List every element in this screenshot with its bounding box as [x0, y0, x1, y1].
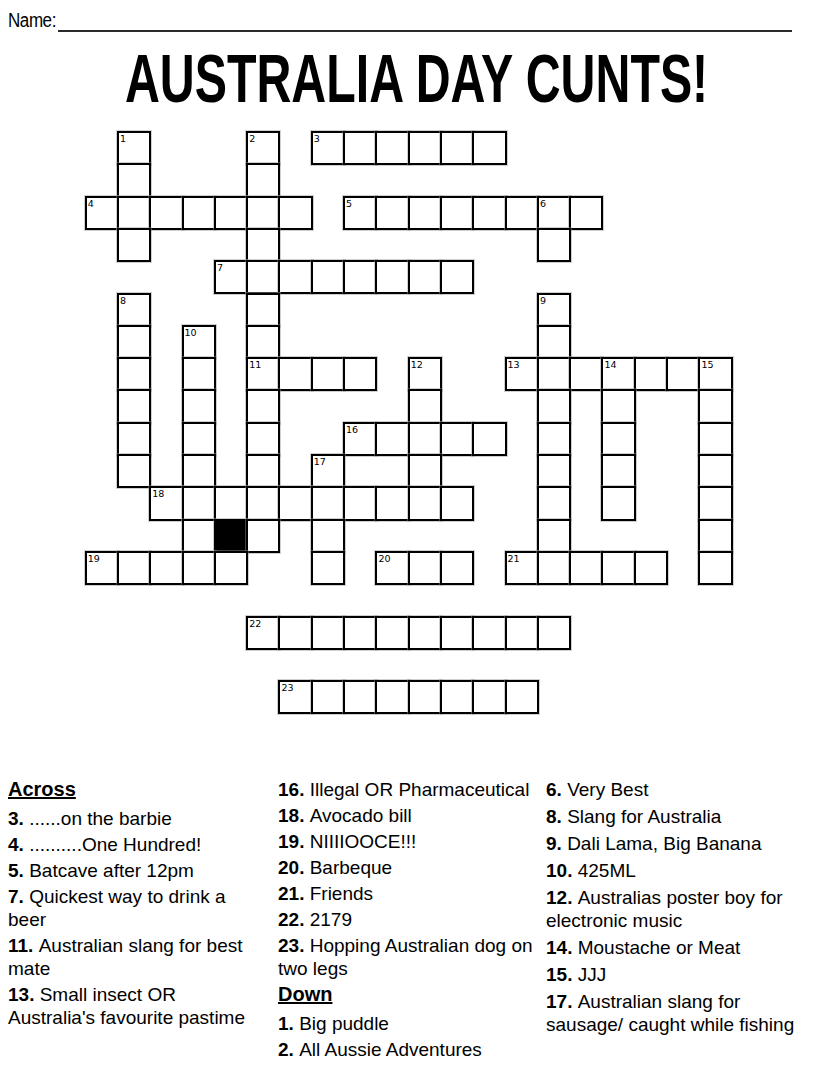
cell-r5c5[interactable] — [246, 293, 280, 327]
clue-11-across: 11. Australian slang for best mate — [8, 934, 264, 980]
cell-r7c6[interactable] — [278, 357, 312, 391]
cell-number-11: 11 — [249, 359, 261, 370]
cell-r17c12[interactable] — [472, 680, 506, 714]
cell-number-22: 22 — [249, 618, 261, 629]
cell-r4c5[interactable] — [246, 260, 280, 294]
cell-r2c13[interactable] — [505, 196, 539, 230]
black-cell-r12c4 — [214, 519, 248, 553]
name-input-line[interactable] — [58, 8, 792, 32]
cell-number-17: 17 — [314, 456, 326, 467]
cell-r15c10[interactable] — [408, 616, 442, 650]
cell-r2c12[interactable] — [472, 196, 506, 230]
clue-4-across: 4. ..........One Hundred! — [8, 833, 264, 856]
cell-r11c7[interactable] — [311, 486, 345, 520]
cell-r2c15[interactable] — [569, 196, 603, 230]
cell-r8c1[interactable] — [117, 389, 151, 423]
cell-r1c1[interactable] — [117, 163, 151, 197]
cell-r9c10[interactable] — [408, 422, 442, 456]
cell-r8c5[interactable] — [246, 389, 280, 423]
cell-number-6: 6 — [540, 198, 546, 209]
cell-r4c9[interactable] — [375, 260, 409, 294]
cell-r6c14[interactable] — [537, 325, 571, 359]
clue-21-across: 21. Friends — [278, 882, 536, 905]
cell-r17c8[interactable] — [343, 680, 377, 714]
cell-r0c12[interactable] — [472, 131, 506, 165]
cell-r13c11[interactable] — [440, 551, 474, 585]
cell-r2c1[interactable] — [117, 196, 151, 230]
cell-r0c8[interactable] — [343, 131, 377, 165]
cell-r13c2[interactable] — [149, 551, 183, 585]
crossword-grid: 1234567891011121314151617181920212223 — [85, 131, 733, 715]
cell-r13c10[interactable] — [408, 551, 442, 585]
cell-r9c16[interactable] — [601, 422, 635, 456]
cell-r7c18[interactable] — [666, 357, 700, 391]
cell-r11c11[interactable] — [440, 486, 474, 520]
cell-r8c19[interactable] — [698, 389, 732, 423]
cell-r15c12[interactable] — [472, 616, 506, 650]
cell-number-18: 18 — [152, 488, 164, 499]
cell-number-12: 12 — [411, 359, 423, 370]
cell-r4c11[interactable] — [440, 260, 474, 294]
clue-22-across: 22. 2179 — [278, 908, 536, 931]
clue-7-across: 7. Quickest way to drink a beer — [8, 885, 264, 931]
cell-r13c7[interactable] — [311, 551, 345, 585]
cell-r2c9[interactable] — [375, 196, 409, 230]
cell-r15c13[interactable] — [505, 616, 539, 650]
clue-12-down: 12. Australias poster boy for electronic… — [546, 886, 810, 932]
cell-r17c10[interactable] — [408, 680, 442, 714]
cell-r10c19[interactable] — [698, 454, 732, 488]
cell-r0c9[interactable] — [375, 131, 409, 165]
cell-r2c10[interactable] — [408, 196, 442, 230]
name-row: Name: — [8, 8, 792, 32]
cell-r11c16[interactable] — [601, 486, 635, 520]
clue-17-down: 17. Australian slang for sausage/ caught… — [546, 990, 810, 1036]
cell-r9c5[interactable] — [246, 422, 280, 456]
cell-r13c15[interactable] — [569, 551, 603, 585]
cell-r10c16[interactable] — [601, 454, 635, 488]
cell-r7c3[interactable] — [182, 357, 216, 391]
cell-r6c1[interactable] — [117, 325, 151, 359]
across-header: Across — [8, 778, 264, 801]
cell-r11c8[interactable] — [343, 486, 377, 520]
cell-r10c3[interactable] — [182, 454, 216, 488]
cell-r13c4[interactable] — [214, 551, 248, 585]
cell-r17c13[interactable] — [505, 680, 539, 714]
cell-number-10: 10 — [185, 327, 197, 338]
cell-r11c14[interactable] — [537, 486, 571, 520]
clue-6-down: 6. Very Best — [546, 778, 810, 801]
down-header: Down — [278, 983, 536, 1006]
cell-r10c5[interactable] — [246, 454, 280, 488]
clue-column-1: Across3. ......on the barbie4. .........… — [8, 778, 264, 1032]
cell-r11c5[interactable] — [246, 486, 280, 520]
cell-r11c9[interactable] — [375, 486, 409, 520]
cell-r11c19[interactable] — [698, 486, 732, 520]
cell-number-4: 4 — [88, 198, 94, 209]
clue-14-down: 14. Moustache or Meat — [546, 936, 810, 959]
clue-18-across: 18. Avocado bill — [278, 804, 536, 827]
cell-r4c6[interactable] — [278, 260, 312, 294]
clue-9-down: 9. Dali Lama, Big Banana — [546, 832, 810, 855]
name-label: Name: — [8, 9, 56, 32]
cell-r10c1[interactable] — [117, 454, 151, 488]
clue-20-across: 20. Barbeque — [278, 856, 536, 879]
cell-r15c8[interactable] — [343, 616, 377, 650]
cell-number-3: 3 — [314, 133, 320, 144]
cell-r2c4[interactable] — [214, 196, 248, 230]
clue-13-across: 13. Small insect OR Australia's favourit… — [8, 983, 264, 1029]
cell-r9c3[interactable] — [182, 422, 216, 456]
clue-15-down: 15. JJJ — [546, 963, 810, 986]
cell-number-7: 7 — [217, 262, 223, 273]
cell-r1c5[interactable] — [246, 163, 280, 197]
cell-r7c14[interactable] — [537, 357, 571, 391]
cell-r15c7[interactable] — [311, 616, 345, 650]
cell-r2c5[interactable] — [246, 196, 280, 230]
cell-number-5: 5 — [346, 198, 352, 209]
cell-r17c9[interactable] — [375, 680, 409, 714]
cell-r7c8[interactable] — [343, 357, 377, 391]
cell-r8c16[interactable] — [601, 389, 635, 423]
cell-number-16: 16 — [346, 424, 358, 435]
cell-r13c1[interactable] — [117, 551, 151, 585]
clue-23-across: 23. Hopping Australian dog on two legs — [278, 934, 536, 980]
cell-r11c4[interactable] — [214, 486, 248, 520]
clue-19-across: 19. NIIIIOOCE!!! — [278, 830, 536, 853]
cell-r9c12[interactable] — [472, 422, 506, 456]
cell-r9c19[interactable] — [698, 422, 732, 456]
cell-number-13: 13 — [508, 359, 520, 370]
cell-r2c3[interactable] — [182, 196, 216, 230]
cell-number-14: 14 — [604, 359, 616, 370]
cell-r13c16[interactable] — [601, 551, 635, 585]
cell-r7c1[interactable] — [117, 357, 151, 391]
cell-r15c9[interactable] — [375, 616, 409, 650]
cell-number-23: 23 — [281, 682, 293, 693]
cell-number-8: 8 — [120, 295, 126, 306]
cell-r15c11[interactable] — [440, 616, 474, 650]
cell-r4c10[interactable] — [408, 260, 442, 294]
cell-r3c5[interactable] — [246, 228, 280, 262]
cell-r13c17[interactable] — [634, 551, 668, 585]
cell-r7c17[interactable] — [634, 357, 668, 391]
clue-16-across: 16. Illegal OR Pharmaceutical — [278, 778, 536, 801]
cell-r7c15[interactable] — [569, 357, 603, 391]
cell-r8c10[interactable] — [408, 389, 442, 423]
cell-r3c14[interactable] — [537, 228, 571, 262]
cell-r15c14[interactable] — [537, 616, 571, 650]
page-title: AUSTRALIA DAY CUNTS! — [125, 44, 708, 113]
cell-r15c6[interactable] — [278, 616, 312, 650]
cell-r12c5[interactable] — [246, 519, 280, 553]
clue-5-across: 5. Batcave after 12pm — [8, 859, 264, 882]
cell-r8c14[interactable] — [537, 389, 571, 423]
cell-r6c5[interactable] — [246, 325, 280, 359]
cell-r10c10[interactable] — [408, 454, 442, 488]
cell-number-20: 20 — [378, 553, 390, 564]
cell-r9c9[interactable] — [375, 422, 409, 456]
cell-r12c19[interactable] — [698, 519, 732, 553]
cell-r11c6[interactable] — [278, 486, 312, 520]
cell-number-19: 19 — [88, 553, 100, 564]
cell-r4c7[interactable] — [311, 260, 345, 294]
cell-r13c3[interactable] — [182, 551, 216, 585]
cell-r12c7[interactable] — [311, 519, 345, 553]
cell-r9c14[interactable] — [537, 422, 571, 456]
title-wrap: AUSTRALIA DAY CUNTS! — [0, 44, 816, 113]
clue-2-down: 2. All Aussie Adventures — [278, 1038, 536, 1061]
cell-r0c11[interactable] — [440, 131, 474, 165]
cell-r11c3[interactable] — [182, 486, 216, 520]
cell-r9c1[interactable] — [117, 422, 151, 456]
cell-number-9: 9 — [540, 295, 546, 306]
cell-number-21: 21 — [508, 553, 520, 564]
cell-r7c7[interactable] — [311, 357, 345, 391]
cell-number-15: 15 — [701, 359, 713, 370]
cell-r4c8[interactable] — [343, 260, 377, 294]
clue-column-3: 6. Very Best8. Slang for Australia9. Dal… — [546, 778, 810, 1040]
cell-r8c3[interactable] — [182, 389, 216, 423]
cell-number-1: 1 — [120, 133, 126, 144]
cell-r0c10[interactable] — [408, 131, 442, 165]
cell-r12c3[interactable] — [182, 519, 216, 553]
crossword-page: Name: AUSTRALIA DAY CUNTS! 1234567891011… — [0, 0, 816, 1083]
cell-r12c14[interactable] — [537, 519, 571, 553]
cell-r9c11[interactable] — [440, 422, 474, 456]
clue-1-down: 1. Big puddle — [278, 1012, 536, 1035]
cell-r2c11[interactable] — [440, 196, 474, 230]
clue-10-down: 10. 425ML — [546, 859, 810, 882]
cell-number-2: 2 — [249, 133, 255, 144]
clue-column-2: 16. Illegal OR Pharmaceutical18. Avocado… — [278, 778, 536, 1064]
cell-r10c14[interactable] — [537, 454, 571, 488]
cell-r13c19[interactable] — [698, 551, 732, 585]
cell-r11c10[interactable] — [408, 486, 442, 520]
clue-8-down: 8. Slang for Australia — [546, 805, 810, 828]
cell-r17c7[interactable] — [311, 680, 345, 714]
cell-r13c14[interactable] — [537, 551, 571, 585]
cell-r3c1[interactable] — [117, 228, 151, 262]
cell-r17c11[interactable] — [440, 680, 474, 714]
clue-3-across: 3. ......on the barbie — [8, 807, 264, 830]
cell-r2c6[interactable] — [278, 196, 312, 230]
cell-r2c2[interactable] — [149, 196, 183, 230]
